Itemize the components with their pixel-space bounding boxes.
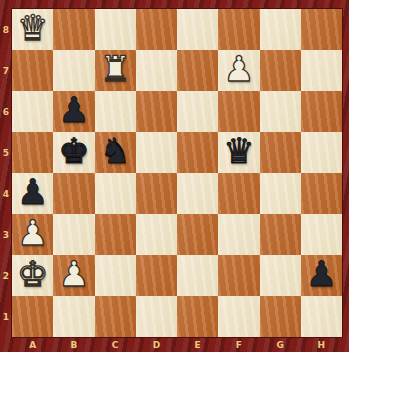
square-e4[interactable]	[177, 173, 218, 214]
square-a7[interactable]	[12, 50, 53, 91]
rank-label-8: 8	[0, 9, 12, 50]
file-label-b: B	[53, 337, 94, 352]
square-h4[interactable]	[301, 173, 342, 214]
square-h3[interactable]	[301, 214, 342, 255]
file-label-c: C	[95, 337, 136, 352]
chess-board: 87654321 ♛♜♟♟♚♞♛♟♟♚♟♟ ABCDEFGH	[0, 0, 349, 352]
square-f7[interactable]: ♟	[218, 50, 259, 91]
square-d7[interactable]	[136, 50, 177, 91]
square-d3[interactable]	[136, 214, 177, 255]
black-queen[interactable]: ♛	[223, 134, 254, 169]
square-a8[interactable]: ♛	[12, 9, 53, 50]
rank-label-4: 4	[0, 173, 12, 214]
square-g5[interactable]	[260, 132, 301, 173]
white-pawn[interactable]: ♟	[58, 257, 89, 292]
squares-grid: ♛♜♟♟♚♞♛♟♟♚♟♟	[12, 9, 342, 337]
file-label-f: F	[218, 337, 259, 352]
square-c5[interactable]: ♞	[95, 132, 136, 173]
white-king[interactable]: ♚	[17, 257, 48, 292]
file-label-a: A	[12, 337, 53, 352]
square-b6[interactable]: ♟	[53, 91, 94, 132]
square-d5[interactable]	[136, 132, 177, 173]
file-label-h: H	[301, 337, 342, 352]
square-e1[interactable]	[177, 296, 218, 337]
square-g1[interactable]	[260, 296, 301, 337]
square-e5[interactable]	[177, 132, 218, 173]
rank-label-2: 2	[0, 255, 12, 296]
square-c2[interactable]	[95, 255, 136, 296]
black-pawn[interactable]: ♟	[58, 93, 89, 128]
file-label-e: E	[177, 337, 218, 352]
square-f3[interactable]	[218, 214, 259, 255]
square-e8[interactable]	[177, 9, 218, 50]
rank-label-3: 3	[0, 214, 12, 255]
white-pawn[interactable]: ♟	[223, 52, 254, 87]
square-f4[interactable]	[218, 173, 259, 214]
rank-label-1: 1	[0, 296, 12, 337]
square-e3[interactable]	[177, 214, 218, 255]
file-labels: ABCDEFGH	[12, 337, 342, 352]
black-king[interactable]: ♚	[58, 134, 89, 169]
rank-label-7: 7	[0, 50, 12, 91]
square-g7[interactable]	[260, 50, 301, 91]
rank-label-6: 6	[0, 91, 12, 132]
square-d4[interactable]	[136, 173, 177, 214]
square-h5[interactable]	[301, 132, 342, 173]
square-f8[interactable]	[218, 9, 259, 50]
square-b8[interactable]	[53, 9, 94, 50]
square-d6[interactable]	[136, 91, 177, 132]
square-c7[interactable]: ♜	[95, 50, 136, 91]
black-pawn[interactable]: ♟	[306, 257, 337, 292]
white-pawn[interactable]: ♟	[17, 216, 48, 251]
square-e6[interactable]	[177, 91, 218, 132]
square-b7[interactable]	[53, 50, 94, 91]
square-a5[interactable]	[12, 132, 53, 173]
square-a6[interactable]	[12, 91, 53, 132]
square-g2[interactable]	[260, 255, 301, 296]
square-b2[interactable]: ♟	[53, 255, 94, 296]
black-pawn[interactable]: ♟	[17, 175, 48, 210]
square-b4[interactable]	[53, 173, 94, 214]
square-g6[interactable]	[260, 91, 301, 132]
square-d2[interactable]	[136, 255, 177, 296]
square-a4[interactable]: ♟	[12, 173, 53, 214]
square-d8[interactable]	[136, 9, 177, 50]
square-c3[interactable]	[95, 214, 136, 255]
rank-label-5: 5	[0, 132, 12, 173]
square-e7[interactable]	[177, 50, 218, 91]
square-d1[interactable]	[136, 296, 177, 337]
square-a1[interactable]	[12, 296, 53, 337]
square-h8[interactable]	[301, 9, 342, 50]
square-g8[interactable]	[260, 9, 301, 50]
white-queen[interactable]: ♛	[17, 11, 48, 46]
square-g3[interactable]	[260, 214, 301, 255]
square-h1[interactable]	[301, 296, 342, 337]
square-f6[interactable]	[218, 91, 259, 132]
square-c4[interactable]	[95, 173, 136, 214]
square-f5[interactable]: ♛	[218, 132, 259, 173]
square-b3[interactable]	[53, 214, 94, 255]
square-c6[interactable]	[95, 91, 136, 132]
white-rook[interactable]: ♜	[99, 52, 130, 87]
file-label-d: D	[136, 337, 177, 352]
square-g4[interactable]	[260, 173, 301, 214]
rank-labels: 87654321	[0, 9, 12, 337]
square-h2[interactable]: ♟	[301, 255, 342, 296]
square-c8[interactable]	[95, 9, 136, 50]
square-b1[interactable]	[53, 296, 94, 337]
square-h6[interactable]	[301, 91, 342, 132]
square-c1[interactable]	[95, 296, 136, 337]
square-a2[interactable]: ♚	[12, 255, 53, 296]
black-knight[interactable]: ♞	[99, 134, 130, 169]
square-e2[interactable]	[177, 255, 218, 296]
square-a3[interactable]: ♟	[12, 214, 53, 255]
square-f1[interactable]	[218, 296, 259, 337]
square-h7[interactable]	[301, 50, 342, 91]
square-b5[interactable]: ♚	[53, 132, 94, 173]
square-f2[interactable]	[218, 255, 259, 296]
file-label-g: G	[260, 337, 301, 352]
